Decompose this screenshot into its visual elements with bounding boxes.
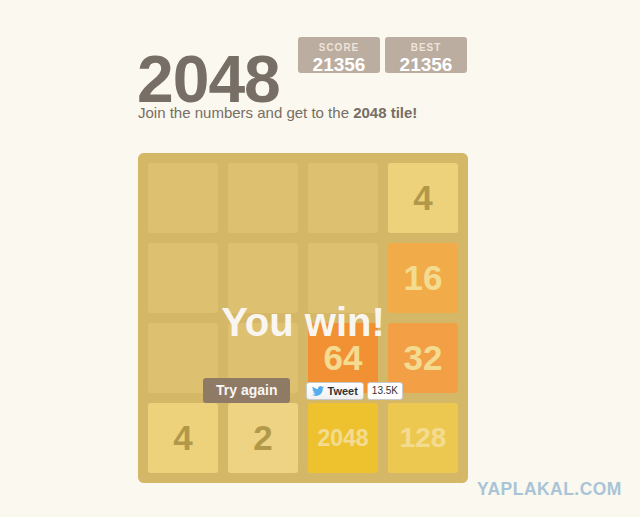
try-again-button[interactable]: Try again: [203, 378, 290, 403]
game-intro: Join the numbers and get to the 2048 til…: [138, 104, 417, 121]
page-title: 2048: [137, 46, 280, 112]
game-intro-goal: 2048 tile!: [353, 104, 417, 121]
tweet-button[interactable]: Tweet: [306, 382, 363, 400]
score-value: 21356: [298, 54, 380, 76]
best-label: BEST: [385, 42, 467, 53]
win-overlay: You win! Try again Tweet 13.5K: [138, 153, 468, 483]
game-board[interactable]: 4166432422048128 You win! Try again Twee…: [138, 153, 468, 483]
tweet-count[interactable]: 13.5K: [367, 382, 403, 400]
yaplakal-watermark: YAPLAKAL.COM: [477, 479, 622, 500]
score-label: SCORE: [298, 42, 380, 53]
tweet-button-label: Tweet: [327, 385, 357, 397]
best-container: BEST 21356: [385, 37, 467, 73]
twitter-bird-icon: [312, 385, 324, 397]
game-intro-text: Join the numbers and get to the: [138, 104, 353, 121]
best-value: 21356: [385, 54, 467, 76]
tweet-widget: Tweet 13.5K: [306, 382, 403, 400]
score-container: SCORE 21356: [298, 37, 380, 73]
overlay-buttons: Try again Tweet 13.5K: [138, 378, 468, 403]
win-message: You win!: [138, 298, 468, 346]
